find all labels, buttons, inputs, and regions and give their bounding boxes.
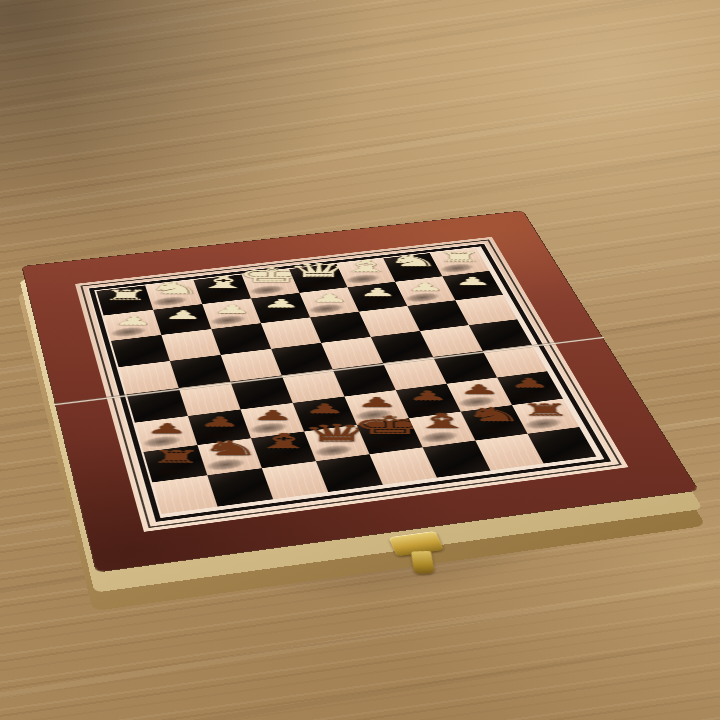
piece-shadow bbox=[252, 448, 307, 468]
square-g7: ♞ bbox=[197, 438, 261, 475]
square-f8 bbox=[262, 461, 328, 499]
piece-shadow bbox=[501, 386, 554, 404]
white-pawn: ♟ bbox=[261, 298, 301, 309]
piece-shadow bbox=[359, 434, 414, 453]
black-pawn: ♟ bbox=[145, 422, 189, 435]
photo-scene: ♜♞♝♚♛♝♞♜♟♟♟♟♟♟♟♟♟♟♟♟♟♟♟♟♜♞♝♛♚♝♞♜ bbox=[0, 0, 720, 720]
black-rook: ♜ bbox=[149, 449, 204, 466]
square-d6: ♟ bbox=[344, 390, 409, 425]
white-pawn: ♟ bbox=[113, 315, 154, 326]
black-pawn: ♟ bbox=[407, 390, 450, 403]
square-f6: ♟ bbox=[241, 403, 305, 438]
black-pawn: ♟ bbox=[356, 396, 398, 409]
square-g4 bbox=[170, 355, 231, 388]
board-sheet: ♜♞♝♚♛♝♞♜♟♟♟♟♟♟♟♟♟♟♟♟♟♟♟♟♜♞♝♛♚♝♞♜ bbox=[75, 237, 629, 532]
piece-shadow bbox=[412, 427, 467, 446]
black-pawn: ♟ bbox=[458, 383, 501, 396]
square-e6: ♟ bbox=[293, 397, 357, 432]
white-pawn: ♟ bbox=[453, 276, 493, 287]
square-e5 bbox=[282, 369, 345, 403]
square-c7: ♝ bbox=[409, 412, 475, 448]
square-f7: ♝ bbox=[251, 432, 316, 469]
white-pawn: ♟ bbox=[310, 293, 349, 304]
board-grid: ♜♞♝♚♛♝♞♜♟♟♟♟♟♟♟♟♟♟♟♟♟♟♟♟♜♞♝♛♚♝♞♜ bbox=[96, 247, 601, 516]
piece-shadow bbox=[295, 412, 348, 431]
black-queen: ♛ bbox=[301, 422, 374, 445]
piece-shadow bbox=[189, 425, 242, 444]
square-a8 bbox=[528, 427, 597, 463]
square-h6: ♟ bbox=[135, 416, 198, 452]
piece-shadow bbox=[347, 406, 400, 425]
white-pawn: ♟ bbox=[358, 287, 397, 298]
square-h8 bbox=[152, 475, 217, 514]
piece-shadow bbox=[242, 419, 295, 438]
square-e8 bbox=[316, 454, 383, 492]
border-band: ♜♞♝♚♛♝♞♜♟♟♟♟♟♟♟♟♟♟♟♟♟♟♟♟♜♞♝♛♚♝♞♜ bbox=[89, 244, 611, 522]
piece-shadow bbox=[516, 414, 570, 433]
black-pawn: ♟ bbox=[508, 377, 551, 389]
piece-shadow bbox=[306, 441, 361, 460]
square-b7: ♞ bbox=[461, 405, 528, 440]
black-bishop: ♝ bbox=[252, 432, 317, 452]
piece-shadow bbox=[464, 421, 518, 440]
black-pawn: ♟ bbox=[198, 416, 242, 429]
white-pawn: ♟ bbox=[212, 304, 252, 315]
white-pawn: ♟ bbox=[406, 281, 446, 292]
black-king: ♚ bbox=[351, 414, 430, 438]
square-f5 bbox=[230, 375, 292, 409]
white-knight: ♞ bbox=[146, 280, 204, 296]
piece-shadow bbox=[198, 455, 253, 475]
square-h4 bbox=[119, 361, 179, 394]
white-rook: ♜ bbox=[101, 288, 151, 301]
square-g8 bbox=[207, 468, 273, 506]
white-rook: ♜ bbox=[436, 251, 484, 264]
piece-shadow bbox=[450, 393, 503, 411]
black-rook: ♜ bbox=[519, 402, 573, 418]
square-b8 bbox=[475, 434, 543, 471]
square-e7: ♛ bbox=[304, 425, 369, 461]
square-d7: ♚ bbox=[357, 418, 423, 454]
black-pawn: ♟ bbox=[304, 403, 347, 416]
square-c8 bbox=[423, 441, 491, 478]
square-h7: ♜ bbox=[143, 445, 207, 482]
piece-shadow bbox=[144, 462, 199, 482]
square-a5 bbox=[483, 345, 547, 378]
square-g5 bbox=[179, 382, 241, 416]
square-g6: ♟ bbox=[188, 409, 251, 445]
white-pawn: ♟ bbox=[163, 309, 204, 320]
square-d8 bbox=[370, 447, 437, 484]
black-knight: ♞ bbox=[199, 439, 263, 458]
square-b6: ♟ bbox=[447, 377, 512, 411]
black-bishop: ♝ bbox=[410, 412, 474, 431]
black-pawn: ♟ bbox=[251, 409, 294, 422]
piece-shadow bbox=[135, 432, 188, 451]
